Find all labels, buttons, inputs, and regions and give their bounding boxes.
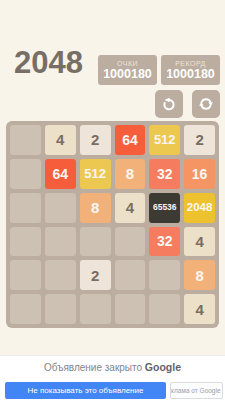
undo-button[interactable] (155, 90, 183, 118)
google-wordmark: Google (145, 361, 181, 373)
score-box: ОЧКИ 1000180 (98, 55, 157, 85)
tile-4-r6c6: 4 (184, 294, 215, 324)
cell-empty-r4c1 (10, 227, 41, 257)
restart-button[interactable] (192, 90, 220, 118)
cell-empty-r4c3 (80, 227, 111, 257)
tile-32-r2c5: 32 (149, 159, 180, 189)
tile-4-r1c2: 4 (45, 125, 76, 155)
score-label: ОЧКИ (117, 60, 138, 67)
cell-empty-r6c1 (10, 294, 41, 324)
adchoices-label: Реклама от Google (170, 387, 221, 394)
tile-65536-r3c5: 65536 (149, 193, 180, 223)
cell-empty-r6c5 (149, 294, 180, 324)
tile-8-r2c4: 8 (115, 159, 146, 189)
ad-closed-text: Объявление закрыто Google (0, 361, 225, 374)
cell-empty-r4c4 (115, 227, 146, 257)
cell-empty-r5c1 (10, 260, 41, 290)
tile-2-r1c6: 2 (184, 125, 215, 155)
tile-512-r2c3: 512 (80, 159, 111, 189)
restart-icon (198, 96, 214, 112)
cell-empty-r1c1 (10, 125, 41, 155)
tile-4-r3c4: 4 (115, 193, 146, 223)
cell-empty-r5c4 (115, 260, 146, 290)
tile-32-r4c5: 32 (149, 227, 180, 257)
best-score-value: 1000180 (166, 68, 215, 81)
undo-icon (161, 96, 177, 112)
score-panel: ОЧКИ 1000180 РЕКОРД 1000180 (98, 55, 220, 85)
tile-512-r1c5: 512 (149, 125, 180, 155)
tile-8-r5c6: 8 (184, 260, 215, 290)
tile-2048-r3c6: 2048 (184, 193, 215, 223)
ad-buttons: Не показывать это объявление Реклама от … (5, 382, 223, 399)
ad-banner: Объявление закрыто Google Не показывать … (0, 355, 225, 400)
cell-empty-r3c1 (10, 193, 41, 223)
dismiss-ad-button[interactable]: Не показывать это объявление (5, 382, 166, 399)
cell-empty-r3c2 (45, 193, 76, 223)
tile-2-r1c3: 2 (80, 125, 111, 155)
tile-64-r1c4: 64 (115, 125, 146, 155)
tile-64-r2c2: 64 (45, 159, 76, 189)
cell-empty-r4c2 (45, 227, 76, 257)
tile-4-r4c6: 4 (184, 227, 215, 257)
ad-closed-label: Объявление закрыто (44, 362, 142, 373)
cell-empty-r6c4 (115, 294, 146, 324)
cell-empty-r5c2 (45, 260, 76, 290)
best-score-label: РЕКОРД (175, 60, 206, 67)
tile-8-r3c3: 8 (80, 193, 111, 223)
score-value: 1000180 (103, 68, 152, 81)
tile-16-r2c6: 16 (184, 159, 215, 189)
app-screen: 2048 ОЧКИ 1000180 РЕКОРД 1000180 4264 (0, 0, 225, 400)
tile-2-r5c3: 2 (80, 260, 111, 290)
toolbar (155, 90, 220, 118)
cell-empty-r6c2 (45, 294, 76, 324)
adchoices-button[interactable]: Реклама от Google ⓘ (170, 382, 223, 399)
best-score-box: РЕКОРД 1000180 (161, 55, 220, 85)
cell-empty-r2c1 (10, 159, 41, 189)
cell-empty-r5c5 (149, 260, 180, 290)
page-title: 2048 (14, 46, 83, 80)
cell-empty-r6c3 (80, 294, 111, 324)
board[interactable]: 42645122645128321684655362048324284 (6, 121, 219, 328)
